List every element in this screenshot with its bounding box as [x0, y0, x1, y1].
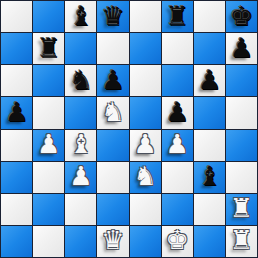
square-h7[interactable]: ♟	[226, 33, 257, 64]
square-a2[interactable]	[1, 194, 32, 225]
square-b4[interactable]: ♟	[33, 130, 64, 161]
square-f7[interactable]	[162, 33, 193, 64]
square-e7[interactable]	[130, 33, 161, 64]
square-a4[interactable]	[1, 130, 32, 161]
square-h4[interactable]	[226, 130, 257, 161]
square-b2[interactable]	[33, 194, 64, 225]
square-h3[interactable]	[226, 162, 257, 193]
square-e3[interactable]: ♞	[130, 162, 161, 193]
square-c1[interactable]	[65, 226, 96, 257]
square-g2[interactable]	[194, 194, 225, 225]
square-g3[interactable]: ♝	[194, 162, 225, 193]
square-c8[interactable]: ♝	[65, 1, 96, 32]
square-a3[interactable]	[1, 162, 32, 193]
piece-black-pawn[interactable]: ♟	[198, 67, 221, 93]
square-h8[interactable]: ♚	[226, 1, 257, 32]
piece-black-rook[interactable]: ♜	[37, 35, 60, 61]
piece-white-pawn[interactable]: ♟	[69, 163, 92, 189]
piece-white-king[interactable]: ♚	[166, 227, 189, 253]
piece-white-pawn[interactable]: ♟	[166, 131, 189, 157]
square-e2[interactable]	[130, 194, 161, 225]
square-c6[interactable]: ♞	[65, 65, 96, 96]
piece-black-pawn[interactable]: ♟	[230, 35, 253, 61]
piece-white-knight[interactable]: ♞	[101, 99, 124, 125]
square-f3[interactable]	[162, 162, 193, 193]
square-f8[interactable]: ♜	[162, 1, 193, 32]
square-a8[interactable]	[1, 1, 32, 32]
square-a7[interactable]	[1, 33, 32, 64]
piece-white-pawn[interactable]: ♟	[133, 131, 156, 157]
square-c2[interactable]	[65, 194, 96, 225]
chess-board: ♝♛♜♚♜♟♞♟♟♟♞♟♟♝♟♟♟♞♝♜♛♚♜	[0, 0, 258, 258]
square-e5[interactable]	[130, 97, 161, 128]
square-a5[interactable]: ♟	[1, 97, 32, 128]
piece-white-bishop[interactable]: ♝	[69, 131, 92, 157]
square-g1[interactable]	[194, 226, 225, 257]
square-f2[interactable]	[162, 194, 193, 225]
piece-white-pawn[interactable]: ♟	[37, 131, 60, 157]
square-d2[interactable]	[97, 194, 128, 225]
square-a6[interactable]	[1, 65, 32, 96]
square-d7[interactable]	[97, 33, 128, 64]
piece-black-knight[interactable]: ♞	[69, 67, 92, 93]
piece-white-rook[interactable]: ♜	[230, 195, 253, 221]
square-f6[interactable]	[162, 65, 193, 96]
square-d5[interactable]: ♞	[97, 97, 128, 128]
piece-black-pawn[interactable]: ♟	[166, 99, 189, 125]
square-g6[interactable]: ♟	[194, 65, 225, 96]
square-e6[interactable]	[130, 65, 161, 96]
square-b8[interactable]	[33, 1, 64, 32]
square-b7[interactable]: ♜	[33, 33, 64, 64]
square-d1[interactable]: ♛	[97, 226, 128, 257]
square-d8[interactable]: ♛	[97, 1, 128, 32]
square-f1[interactable]: ♚	[162, 226, 193, 257]
square-b6[interactable]	[33, 65, 64, 96]
square-e1[interactable]	[130, 226, 161, 257]
square-g8[interactable]	[194, 1, 225, 32]
piece-black-rook[interactable]: ♜	[166, 3, 189, 29]
square-h6[interactable]	[226, 65, 257, 96]
square-f4[interactable]: ♟	[162, 130, 193, 161]
piece-black-bishop[interactable]: ♝	[69, 3, 92, 29]
square-a1[interactable]	[1, 226, 32, 257]
square-d3[interactable]	[97, 162, 128, 193]
square-e4[interactable]: ♟	[130, 130, 161, 161]
square-b5[interactable]	[33, 97, 64, 128]
piece-black-queen[interactable]: ♛	[101, 3, 124, 29]
piece-white-knight[interactable]: ♞	[133, 163, 156, 189]
square-b3[interactable]	[33, 162, 64, 193]
square-e8[interactable]	[130, 1, 161, 32]
square-b1[interactable]	[33, 226, 64, 257]
square-g7[interactable]	[194, 33, 225, 64]
piece-black-pawn[interactable]: ♟	[5, 99, 28, 125]
piece-black-bishop[interactable]: ♝	[198, 163, 221, 189]
piece-black-king[interactable]: ♚	[230, 3, 253, 29]
square-c3[interactable]: ♟	[65, 162, 96, 193]
square-f5[interactable]: ♟	[162, 97, 193, 128]
square-g4[interactable]	[194, 130, 225, 161]
square-g5[interactable]	[194, 97, 225, 128]
piece-white-queen[interactable]: ♛	[101, 227, 124, 253]
square-c4[interactable]: ♝	[65, 130, 96, 161]
piece-white-rook[interactable]: ♜	[230, 227, 253, 253]
square-h5[interactable]	[226, 97, 257, 128]
square-d4[interactable]	[97, 130, 128, 161]
square-d6[interactable]: ♟	[97, 65, 128, 96]
square-c5[interactable]	[65, 97, 96, 128]
square-h2[interactable]: ♜	[226, 194, 257, 225]
piece-black-pawn[interactable]: ♟	[101, 67, 124, 93]
square-c7[interactable]	[65, 33, 96, 64]
square-h1[interactable]: ♜	[226, 226, 257, 257]
